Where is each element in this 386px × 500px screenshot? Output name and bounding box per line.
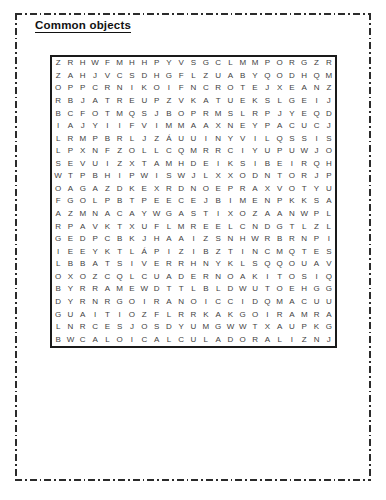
- grid-cell: Y: [310, 183, 322, 196]
- grid-cell: L: [273, 333, 285, 346]
- grid-cell: L: [212, 283, 224, 296]
- grid-cell: R: [273, 308, 285, 321]
- grid-cell: H: [138, 57, 150, 70]
- grid-cell: B: [52, 333, 64, 346]
- grid-cell: Z: [114, 158, 126, 171]
- grid-cell: D: [286, 70, 298, 83]
- grid-cell: N: [89, 296, 101, 309]
- grid-cell: O: [138, 321, 150, 334]
- grid-cell: Z: [249, 208, 261, 221]
- grid-cell: L: [52, 321, 64, 334]
- grid-cell: N: [249, 245, 261, 258]
- grid-cell: R: [114, 95, 126, 108]
- grid-cell: G: [323, 283, 335, 296]
- grid-cell: O: [114, 333, 126, 346]
- grid-cell: K: [138, 82, 150, 95]
- grid-cell: E: [286, 82, 298, 95]
- grid-cell: Z: [114, 145, 126, 158]
- grid-cell: A: [200, 95, 212, 108]
- grid-cell: X: [212, 170, 224, 183]
- grid-cell: X: [64, 271, 76, 284]
- grid-cell: O: [175, 107, 187, 120]
- grid-cell: J: [77, 95, 89, 108]
- grid-cell: O: [89, 107, 101, 120]
- grid-cell: L: [163, 220, 175, 233]
- grid-cell: W: [52, 170, 64, 183]
- grid-cell: G: [200, 57, 212, 70]
- grid-cell: D: [163, 321, 175, 334]
- grid-cell: R: [286, 233, 298, 246]
- grid-cell: C: [114, 70, 126, 83]
- grid-cell: L: [163, 333, 175, 346]
- grid-cell: T: [101, 308, 113, 321]
- grid-cell: T: [101, 258, 113, 271]
- grid-cell: Y: [249, 120, 261, 133]
- grid-cell: R: [237, 183, 249, 196]
- grid-cell: J: [323, 95, 335, 108]
- grid-cell: O: [286, 258, 298, 271]
- grid-cell: A: [89, 183, 101, 196]
- grid-cell: V: [77, 158, 89, 171]
- grid-cell: S: [187, 57, 199, 70]
- grid-cell: A: [323, 195, 335, 208]
- grid-cell: W: [298, 145, 310, 158]
- grid-cell: R: [261, 233, 273, 246]
- grid-cell: T: [212, 95, 224, 108]
- grid-cell: D: [224, 283, 236, 296]
- grid-cell: R: [310, 308, 322, 321]
- grid-cell: W: [175, 170, 187, 183]
- grid-cell: G: [273, 220, 285, 233]
- grid-cell: M: [114, 107, 126, 120]
- grid-cell: E: [249, 195, 261, 208]
- grid-cell: N: [261, 170, 273, 183]
- grid-cell: L: [126, 271, 138, 284]
- grid-cell: E: [138, 183, 150, 196]
- grid-cell: C: [101, 271, 113, 284]
- grid-cell: P: [89, 233, 101, 246]
- grid-cell: S: [310, 195, 322, 208]
- grid-cell: U: [150, 271, 162, 284]
- grid-cell: J: [323, 120, 335, 133]
- grid-cell: W: [138, 170, 150, 183]
- grid-cell: Z: [150, 132, 162, 145]
- grid-cell: I: [150, 170, 162, 183]
- grid-cell: K: [249, 271, 261, 284]
- grid-cell: P: [224, 183, 236, 196]
- grid-cell: M: [273, 296, 285, 309]
- grid-cell: E: [310, 245, 322, 258]
- grid-cell: X: [261, 321, 273, 334]
- grid-cell: H: [237, 233, 249, 246]
- grid-cell: O: [323, 145, 335, 158]
- grid-cell: Z: [89, 271, 101, 284]
- grid-cell: C: [89, 82, 101, 95]
- grid-cell: K: [224, 308, 236, 321]
- grid-cell: L: [237, 258, 249, 271]
- grid-cell: R: [175, 258, 187, 271]
- grid-cell: K: [187, 95, 199, 108]
- grid-cell: G: [64, 195, 76, 208]
- grid-cell: U: [212, 70, 224, 83]
- grid-cell: N: [224, 233, 236, 246]
- grid-cell: N: [298, 233, 310, 246]
- grid-cell: Q: [261, 296, 273, 309]
- grid-cell: V: [273, 183, 285, 196]
- grid-cell: R: [77, 321, 89, 334]
- grid-cell: A: [249, 183, 261, 196]
- grid-cell: A: [77, 308, 89, 321]
- grid-cell: M: [298, 308, 310, 321]
- grid-cell: D: [249, 296, 261, 309]
- grid-cell: E: [298, 95, 310, 108]
- grid-cell: C: [138, 333, 150, 346]
- grid-cell: J: [261, 82, 273, 95]
- grid-cell: N: [200, 258, 212, 271]
- grid-cell: P: [298, 321, 310, 334]
- grid-cell: F: [175, 70, 187, 83]
- grid-cell: T: [261, 283, 273, 296]
- grid-cell: S: [126, 70, 138, 83]
- grid-cell: R: [249, 107, 261, 120]
- grid-cell: I: [249, 158, 261, 171]
- grid-cell: C: [114, 208, 126, 221]
- grid-cell: U: [175, 132, 187, 145]
- grid-cell: E: [249, 82, 261, 95]
- grid-cell: I: [200, 296, 212, 309]
- grid-cell: Z: [298, 333, 310, 346]
- grid-cell: M: [237, 57, 249, 70]
- grid-cell: S: [323, 132, 335, 145]
- grid-cell: N: [89, 208, 101, 221]
- grid-cell: M: [237, 195, 249, 208]
- grid-cell: D: [187, 158, 199, 171]
- grid-cell: M: [163, 120, 175, 133]
- grid-cell: F: [52, 195, 64, 208]
- grid-cell: O: [249, 308, 261, 321]
- grid-cell: S: [323, 245, 335, 258]
- grid-cell: B: [200, 283, 212, 296]
- grid-cell: P: [77, 170, 89, 183]
- grid-cell: V: [237, 132, 249, 145]
- grid-cell: A: [175, 233, 187, 246]
- grid-cell: I: [126, 258, 138, 271]
- grid-cell: M: [175, 120, 187, 133]
- grid-cell: H: [150, 70, 162, 83]
- grid-cell: L: [138, 145, 150, 158]
- grid-cell: K: [101, 220, 113, 233]
- grid-cell: E: [101, 321, 113, 334]
- grid-cell: D: [224, 333, 236, 346]
- grid-cell: C: [175, 195, 187, 208]
- grid-cell: J: [310, 170, 322, 183]
- grid-cell: A: [175, 208, 187, 221]
- grid-cell: D: [175, 271, 187, 284]
- grid-cell: Y: [163, 57, 175, 70]
- grid-cell: B: [261, 158, 273, 171]
- grid-cell: I: [187, 245, 199, 258]
- grid-cell: Q: [261, 258, 273, 271]
- grid-cell: N: [212, 132, 224, 145]
- grid-cell: G: [77, 183, 89, 196]
- grid-cell: O: [52, 82, 64, 95]
- grid-cell: O: [286, 271, 298, 284]
- grid-cell: U: [323, 183, 335, 196]
- grid-cell: D: [150, 283, 162, 296]
- grid-cell: I: [261, 271, 273, 284]
- grid-cell: Z: [101, 183, 113, 196]
- grid-cell: G: [163, 208, 175, 221]
- grid-cell: P: [126, 170, 138, 183]
- grid-cell: F: [101, 57, 113, 70]
- grid-cell: T: [175, 283, 187, 296]
- grid-cell: C: [64, 107, 76, 120]
- grid-cell: X: [261, 183, 273, 196]
- grid-cell: U: [323, 296, 335, 309]
- grid-cell: N: [310, 82, 322, 95]
- grid-cell: T: [273, 170, 285, 183]
- grid-cell: A: [64, 70, 76, 83]
- grid-cell: T: [138, 158, 150, 171]
- grid-cell: L: [150, 145, 162, 158]
- grid-cell: B: [273, 233, 285, 246]
- grid-cell: L: [52, 258, 64, 271]
- grid-cell: P: [323, 170, 335, 183]
- grid-cell: G: [237, 308, 249, 321]
- grid-cell: H: [323, 158, 335, 171]
- grid-cell: L: [101, 333, 113, 346]
- grid-cell: S: [163, 170, 175, 183]
- grid-cell: I: [52, 120, 64, 133]
- grid-cell: K: [224, 158, 236, 171]
- grid-cell: H: [150, 233, 162, 246]
- grid-cell: K: [310, 321, 322, 334]
- grid-cell: J: [77, 120, 89, 133]
- grid-cell: N: [261, 195, 273, 208]
- grid-cell: O: [77, 195, 89, 208]
- grid-cell: G: [52, 233, 64, 246]
- grid-cell: J: [187, 170, 199, 183]
- grid-cell: P: [89, 132, 101, 145]
- grid-cell: S: [114, 321, 126, 334]
- grid-cell: Z: [323, 82, 335, 95]
- grid-cell: C: [261, 245, 273, 258]
- grid-cell: J: [126, 321, 138, 334]
- grid-cell: I: [237, 245, 249, 258]
- grid-cell: M: [212, 107, 224, 120]
- grid-cell: G: [114, 296, 126, 309]
- grid-cell: S: [138, 107, 150, 120]
- grid-cell: O: [187, 296, 199, 309]
- grid-cell: Z: [310, 220, 322, 233]
- grid-cell: Y: [224, 132, 236, 145]
- grid-cell: Y: [175, 321, 187, 334]
- grid-cell: N: [187, 183, 199, 196]
- grid-cell: T: [64, 170, 76, 183]
- grid-cell: T: [249, 321, 261, 334]
- grid-cell: R: [52, 220, 64, 233]
- grid-cell: U: [286, 145, 298, 158]
- grid-cell: C: [286, 120, 298, 133]
- grid-cell: S: [286, 132, 298, 145]
- grid-cell: X: [126, 220, 138, 233]
- grid-cell: A: [163, 233, 175, 246]
- grid-cell: J: [89, 70, 101, 83]
- grid-cell: C: [298, 296, 310, 309]
- grid-cell: O: [237, 208, 249, 221]
- grid-cell: R: [298, 158, 310, 171]
- grid-cell: Q: [273, 132, 285, 145]
- grid-cell: N: [64, 321, 76, 334]
- grid-cell: T: [298, 245, 310, 258]
- grid-cell: E: [286, 283, 298, 296]
- grid-cell: Y: [249, 70, 261, 83]
- grid-cell: U: [298, 258, 310, 271]
- grid-cell: F: [175, 82, 187, 95]
- grid-cell: R: [298, 170, 310, 183]
- grid-cell: Y: [89, 120, 101, 133]
- grid-cell: S: [237, 158, 249, 171]
- grid-cell: F: [126, 120, 138, 133]
- grid-cell: L: [224, 220, 236, 233]
- grid-cell: Q: [310, 107, 322, 120]
- grid-cell: X: [150, 183, 162, 196]
- grid-cell: P: [150, 245, 162, 258]
- grid-cell: I: [126, 82, 138, 95]
- grid-cell: P: [261, 57, 273, 70]
- grid-cell: M: [114, 57, 126, 70]
- grid-cell: I: [89, 308, 101, 321]
- grid-cell: K: [298, 195, 310, 208]
- grid-cell: L: [200, 333, 212, 346]
- grid-cell: E: [64, 233, 76, 246]
- grid-cell: J: [138, 233, 150, 246]
- grid-cell: B: [163, 107, 175, 120]
- grid-cell: L: [163, 308, 175, 321]
- grid-cell: A: [163, 296, 175, 309]
- grid-cell: D: [323, 107, 335, 120]
- grid-cell: Y: [249, 145, 261, 158]
- grid-cell: R: [200, 145, 212, 158]
- grid-cell: I: [237, 296, 249, 309]
- grid-cell: Q: [126, 107, 138, 120]
- grid-cell: M: [77, 132, 89, 145]
- grid-cell: R: [64, 132, 76, 145]
- grid-cell: O: [126, 308, 138, 321]
- grid-cell: M: [200, 321, 212, 334]
- grid-cell: A: [273, 321, 285, 334]
- grid-cell: K: [286, 195, 298, 208]
- grid-cell: I: [212, 208, 224, 221]
- grid-cell: X: [273, 82, 285, 95]
- grid-cell: V: [175, 57, 187, 70]
- grid-cell: S: [249, 258, 261, 271]
- grid-cell: U: [249, 283, 261, 296]
- grid-cell: G: [298, 57, 310, 70]
- grid-cell: I: [150, 120, 162, 133]
- grid-cell: O: [237, 170, 249, 183]
- grid-cell: C: [224, 296, 236, 309]
- grid-cell: E: [126, 95, 138, 108]
- grid-cell: T: [114, 220, 126, 233]
- grid-cell: P: [187, 107, 199, 120]
- grid-cell: C: [138, 271, 150, 284]
- grid-cell: R: [200, 107, 212, 120]
- grid-cell: B: [52, 107, 64, 120]
- grid-cell: L: [200, 170, 212, 183]
- grid-cell: E: [200, 158, 212, 171]
- grid-cell: Q: [175, 145, 187, 158]
- grid-cell: E: [64, 245, 76, 258]
- grid-cell: E: [187, 271, 199, 284]
- grid-cell: G: [323, 321, 335, 334]
- grid-cell: B: [200, 245, 212, 258]
- grid-cell: Q: [310, 70, 322, 83]
- grid-cell: S: [114, 258, 126, 271]
- grid-cell: M: [77, 208, 89, 221]
- grid-cell: Y: [286, 107, 298, 120]
- grid-cell: W: [298, 208, 310, 221]
- grid-cell: M: [163, 158, 175, 171]
- grid-cell: Y: [89, 245, 101, 258]
- grid-cell: N: [310, 333, 322, 346]
- grid-cell: T: [298, 183, 310, 196]
- grid-cell: Y: [212, 258, 224, 271]
- grid-cell: L: [126, 132, 138, 145]
- grid-cell: I: [101, 120, 113, 133]
- grid-cell: N: [286, 208, 298, 221]
- grid-cell: A: [64, 183, 76, 196]
- grid-cell: Z: [200, 70, 212, 83]
- grid-cell: B: [64, 95, 76, 108]
- grid-cell: V: [175, 95, 187, 108]
- grid-cell: E: [237, 120, 249, 133]
- grid-cell: J: [200, 195, 212, 208]
- grid-cell: X: [126, 158, 138, 171]
- grid-cell: L: [224, 57, 236, 70]
- grid-cell: S: [212, 233, 224, 246]
- grid-cell: P: [273, 145, 285, 158]
- grid-cell: A: [150, 333, 162, 346]
- grid-cell: A: [237, 271, 249, 284]
- grid-cell: S: [298, 132, 310, 145]
- grid-cell: P: [273, 195, 285, 208]
- grid-cell: O: [52, 271, 64, 284]
- grid-cell: J: [150, 107, 162, 120]
- grid-cell: Q: [323, 271, 335, 284]
- grid-cell: E: [298, 107, 310, 120]
- grid-cell: W: [150, 208, 162, 221]
- grid-cell: A: [261, 208, 273, 221]
- grid-cell: A: [101, 208, 113, 221]
- grid-cell: L: [237, 107, 249, 120]
- grid-cell: E: [187, 195, 199, 208]
- grid-cell: C: [224, 145, 236, 158]
- grid-cell: E: [150, 195, 162, 208]
- grid-cell: H: [126, 57, 138, 70]
- grid-cell: P: [261, 120, 273, 133]
- page-border-left: [15, 13, 17, 481]
- grid-cell: Q: [286, 245, 298, 258]
- grid-cell: I: [163, 82, 175, 95]
- grid-cell: A: [101, 283, 113, 296]
- grid-cell: N: [249, 220, 261, 233]
- grid-cell: Z: [64, 208, 76, 221]
- grid-cell: I: [187, 233, 199, 246]
- grid-cell: D: [77, 233, 89, 246]
- grid-cell: Q: [261, 70, 273, 83]
- grid-cell: S: [261, 95, 273, 108]
